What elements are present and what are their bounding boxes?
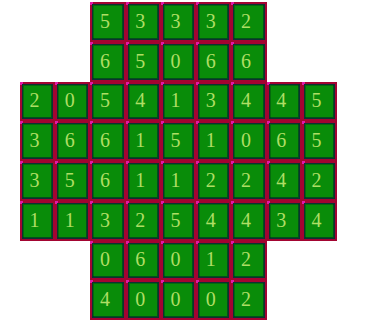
tile-value: 1: [198, 243, 229, 279]
tile-value: 2: [233, 4, 264, 40]
digit: 1: [135, 170, 145, 190]
cell-r4c4[interactable]: 1: [161, 161, 196, 201]
cell-r5c7[interactable]: 3: [267, 201, 302, 241]
cell-r0c2[interactable]: 5: [90, 2, 125, 42]
digit: 3: [276, 210, 286, 230]
tile-value: 2: [128, 203, 159, 239]
digit: 5: [135, 51, 145, 71]
digit: 5: [100, 11, 110, 31]
cell-r2c6[interactable]: 4: [231, 82, 266, 122]
digit: 1: [65, 210, 75, 230]
tile-value: 0: [92, 243, 123, 279]
digit: 0: [206, 289, 216, 309]
cell-r7c3[interactable]: 0: [126, 280, 161, 320]
cell-r2c3[interactable]: 4: [126, 82, 161, 122]
tile-value: 0: [163, 243, 194, 279]
tile-value: 1: [128, 163, 159, 199]
cell-r3c6[interactable]: 0: [231, 121, 266, 161]
tile-value: 6: [92, 123, 123, 159]
digit: 3: [206, 11, 216, 31]
tile-value: 1: [57, 203, 88, 239]
cell-r5c3[interactable]: 2: [126, 201, 161, 241]
digit: 6: [241, 51, 251, 71]
cell-r2c8[interactable]: 5: [302, 82, 337, 122]
digit: 4: [100, 289, 110, 309]
tile-value: 5: [92, 84, 123, 120]
digit: 5: [100, 90, 110, 110]
digit: 1: [206, 130, 216, 150]
digit: 0: [65, 90, 75, 110]
cell-r5c8[interactable]: 4: [302, 201, 337, 241]
cell-r0c5[interactable]: 3: [196, 2, 231, 42]
tile-value: 5: [304, 84, 335, 120]
digit: 0: [170, 289, 180, 309]
cell-r5c2[interactable]: 3: [90, 201, 125, 241]
cell-r2c4[interactable]: 1: [161, 82, 196, 122]
cell-r2c7[interactable]: 4: [267, 82, 302, 122]
digit: 3: [170, 11, 180, 31]
cell-r3c4[interactable]: 5: [161, 121, 196, 161]
cell-r0c3[interactable]: 3: [126, 2, 161, 42]
tile-value: 0: [198, 282, 229, 318]
digit: 0: [100, 249, 110, 269]
digit: 0: [135, 289, 145, 309]
tile-value: 5: [57, 163, 88, 199]
digit: 4: [276, 90, 286, 110]
tile-value: 2: [22, 84, 53, 120]
cell-r4c8[interactable]: 2: [302, 161, 337, 201]
cell-r6c3[interactable]: 6: [126, 241, 161, 281]
digit: 4: [276, 170, 286, 190]
cell-r3c7[interactable]: 6: [267, 121, 302, 161]
digit: 6: [100, 170, 110, 190]
cell-r3c2[interactable]: 6: [90, 121, 125, 161]
cell-r6c4[interactable]: 0: [161, 241, 196, 281]
tile-value: 6: [92, 163, 123, 199]
tile-value: 3: [128, 4, 159, 40]
cell-r5c0[interactable]: 1: [20, 201, 55, 241]
cell-r7c5[interactable]: 0: [196, 280, 231, 320]
cell-r1c4[interactable]: 0: [161, 42, 196, 82]
digit: 6: [100, 51, 110, 71]
cell-r4c3[interactable]: 1: [126, 161, 161, 201]
tile-value: 5: [163, 203, 194, 239]
digit: 6: [135, 249, 145, 269]
tile-value: 6: [198, 44, 229, 80]
cell-r4c6[interactable]: 2: [231, 161, 266, 201]
digit: 2: [206, 170, 216, 190]
tile-value: 6: [92, 44, 123, 80]
digit: 0: [170, 51, 180, 71]
tile-value: 3: [22, 163, 53, 199]
digit: 2: [241, 249, 251, 269]
cell-r6c5[interactable]: 1: [196, 241, 231, 281]
tile-value: 1: [163, 84, 194, 120]
digit: 1: [30, 210, 40, 230]
tile-value: 4: [233, 203, 264, 239]
cell-r1c6[interactable]: 6: [231, 42, 266, 82]
tile-value: 6: [233, 44, 264, 80]
digit: 0: [241, 130, 251, 150]
tile-value: 4: [304, 203, 335, 239]
cell-r4c2[interactable]: 6: [90, 161, 125, 201]
puzzle-board: 5333265066205413445366151065356112242113…: [20, 2, 337, 320]
cell-r2c5[interactable]: 3: [196, 82, 231, 122]
cell-r7c2[interactable]: 4: [90, 280, 125, 320]
tile-value: 5: [92, 4, 123, 40]
tile-value: 2: [233, 163, 264, 199]
tile-value: 4: [92, 282, 123, 318]
digit: 5: [65, 170, 75, 190]
digit: 3: [135, 11, 145, 31]
cell-r5c4[interactable]: 5: [161, 201, 196, 241]
tile-value: 3: [92, 203, 123, 239]
digit: 4: [206, 210, 216, 230]
tile-value: 1: [128, 123, 159, 159]
digit: 6: [65, 130, 75, 150]
tile-value: 6: [128, 243, 159, 279]
tile-value: 4: [198, 203, 229, 239]
cell-r2c1[interactable]: 0: [55, 82, 90, 122]
digit: 2: [241, 289, 251, 309]
cell-r1c5[interactable]: 6: [196, 42, 231, 82]
digit: 4: [241, 90, 251, 110]
tile-value: 3: [22, 123, 53, 159]
digit: 1: [206, 249, 216, 269]
tile-value: 5: [163, 123, 194, 159]
tile-value: 1: [198, 123, 229, 159]
cell-r4c7[interactable]: 4: [267, 161, 302, 201]
cell-r7c4[interactable]: 0: [161, 280, 196, 320]
digit: 4: [135, 90, 145, 110]
digit: 4: [241, 210, 251, 230]
digit: 1: [170, 170, 180, 190]
tile-value: 6: [57, 123, 88, 159]
tile-value: 6: [269, 123, 300, 159]
digit: 0: [170, 249, 180, 269]
tile-value: 0: [233, 123, 264, 159]
digit: 4: [311, 210, 321, 230]
tile-value: 1: [22, 203, 53, 239]
cell-r4c1[interactable]: 5: [55, 161, 90, 201]
cell-r3c3[interactable]: 1: [126, 121, 161, 161]
tile-value: 4: [128, 84, 159, 120]
tile-value: 5: [128, 44, 159, 80]
cell-r6c2[interactable]: 0: [90, 241, 125, 281]
digit: 3: [30, 170, 40, 190]
cell-r3c5[interactable]: 1: [196, 121, 231, 161]
digit: 3: [206, 90, 216, 110]
cell-r0c4[interactable]: 3: [161, 2, 196, 42]
tile-value: 2: [304, 163, 335, 199]
cell-r5c1[interactable]: 1: [55, 201, 90, 241]
digit: 2: [241, 170, 251, 190]
digit: 5: [311, 90, 321, 110]
tile-value: 0: [128, 282, 159, 318]
cell-r7c6[interactable]: 2: [231, 280, 266, 320]
digit: 5: [311, 130, 321, 150]
digit: 3: [30, 130, 40, 150]
cell-r2c2[interactable]: 5: [90, 82, 125, 122]
digit: 5: [170, 210, 180, 230]
tile-value: 1: [163, 163, 194, 199]
cell-r4c0[interactable]: 3: [20, 161, 55, 201]
tile-value: 2: [233, 282, 264, 318]
digit: 2: [135, 210, 145, 230]
tile-value: 0: [57, 84, 88, 120]
digit: 5: [170, 130, 180, 150]
cell-r0c6[interactable]: 2: [231, 2, 266, 42]
tile-value: 5: [304, 123, 335, 159]
tile-value: 4: [233, 84, 264, 120]
cell-r2c0[interactable]: 2: [20, 82, 55, 122]
tile-value: 4: [269, 84, 300, 120]
cell-r1c3[interactable]: 5: [126, 42, 161, 82]
digit: 2: [30, 90, 40, 110]
tile-value: 3: [198, 84, 229, 120]
digit: 1: [170, 90, 180, 110]
digit: 2: [241, 11, 251, 31]
tile-value: 2: [198, 163, 229, 199]
tile-value: 2: [233, 243, 264, 279]
tile-value: 0: [163, 282, 194, 318]
digit: 2: [311, 170, 321, 190]
cell-r5c6[interactable]: 4: [231, 201, 266, 241]
digit: 6: [206, 51, 216, 71]
tile-value: 4: [269, 163, 300, 199]
digit: 1: [135, 130, 145, 150]
cell-r3c8[interactable]: 5: [302, 121, 337, 161]
cell-r3c1[interactable]: 6: [55, 121, 90, 161]
digit: 3: [100, 210, 110, 230]
tile-value: 3: [269, 203, 300, 239]
digit: 6: [100, 130, 110, 150]
tile-value: 3: [163, 4, 194, 40]
tile-value: 3: [198, 4, 229, 40]
cell-r3c0[interactable]: 3: [20, 121, 55, 161]
cell-r1c2[interactable]: 6: [90, 42, 125, 82]
tile-value: 0: [163, 44, 194, 80]
cell-r4c5[interactable]: 2: [196, 161, 231, 201]
cell-r5c5[interactable]: 4: [196, 201, 231, 241]
digit: 6: [276, 130, 286, 150]
cell-r6c6[interactable]: 2: [231, 241, 266, 281]
